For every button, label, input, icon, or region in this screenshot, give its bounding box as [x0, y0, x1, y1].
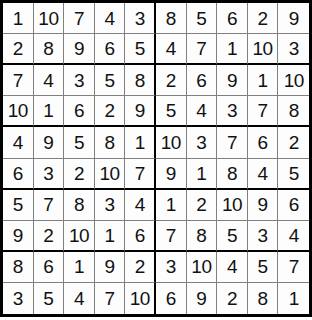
- cell-r10c6[interactable]: 6: [156, 283, 187, 314]
- cell-r8c8[interactable]: 5: [217, 221, 248, 252]
- cell-r5c1[interactable]: 4: [3, 127, 34, 158]
- cell-r10c8[interactable]: 2: [217, 283, 248, 314]
- cell-r7c10[interactable]: 6: [278, 190, 309, 221]
- cell-r5c5[interactable]: 1: [125, 127, 156, 158]
- cell-r6c1[interactable]: 6: [3, 159, 34, 190]
- cell-r10c5[interactable]: 10: [125, 283, 156, 314]
- cell-r6c7[interactable]: 1: [187, 159, 218, 190]
- cell-r6c6[interactable]: 9: [156, 159, 187, 190]
- cell-r3c9[interactable]: 1: [248, 65, 279, 96]
- cell-r1c4[interactable]: 4: [95, 3, 126, 34]
- cell-r5c8[interactable]: 7: [217, 127, 248, 158]
- cell-r7c1[interactable]: 5: [3, 190, 34, 221]
- cell-r5c6[interactable]: 10: [156, 127, 187, 158]
- cell-r2c4[interactable]: 6: [95, 34, 126, 65]
- cell-r8c10[interactable]: 4: [278, 221, 309, 252]
- cell-r5c3[interactable]: 5: [64, 127, 95, 158]
- cell-r8c9[interactable]: 3: [248, 221, 279, 252]
- cell-r3c7[interactable]: 6: [187, 65, 218, 96]
- cell-r2c9[interactable]: 10: [248, 34, 279, 65]
- cell-r4c4[interactable]: 2: [95, 96, 126, 127]
- cell-r1c8[interactable]: 6: [217, 3, 248, 34]
- cell-r4c2[interactable]: 1: [34, 96, 65, 127]
- cell-r6c8[interactable]: 8: [217, 159, 248, 190]
- cell-r4c7[interactable]: 4: [187, 96, 218, 127]
- cell-r2c7[interactable]: 7: [187, 34, 218, 65]
- cell-r2c6[interactable]: 4: [156, 34, 187, 65]
- cell-r5c4[interactable]: 8: [95, 127, 126, 158]
- cell-r6c4[interactable]: 10: [95, 159, 126, 190]
- cell-r3c5[interactable]: 8: [125, 65, 156, 96]
- cell-r4c8[interactable]: 3: [217, 96, 248, 127]
- cell-r1c10[interactable]: 9: [278, 3, 309, 34]
- cell-r8c2[interactable]: 2: [34, 221, 65, 252]
- cell-r8c7[interactable]: 8: [187, 221, 218, 252]
- page-background: 1107438562928965471103743582691101016295…: [0, 0, 312, 320]
- cell-r8c4[interactable]: 1: [95, 221, 126, 252]
- cell-r1c6[interactable]: 8: [156, 3, 187, 34]
- sudoku-board: 1107438562928965471103743582691101016295…: [0, 0, 312, 317]
- cell-r6c5[interactable]: 7: [125, 159, 156, 190]
- cell-r2c5[interactable]: 5: [125, 34, 156, 65]
- cell-r9c9[interactable]: 5: [248, 252, 279, 283]
- cell-r9c8[interactable]: 4: [217, 252, 248, 283]
- cell-r9c1[interactable]: 8: [3, 252, 34, 283]
- cell-r3c8[interactable]: 9: [217, 65, 248, 96]
- cell-r4c5[interactable]: 9: [125, 96, 156, 127]
- cell-r10c9[interactable]: 8: [248, 283, 279, 314]
- cell-r9c2[interactable]: 6: [34, 252, 65, 283]
- cell-r7c6[interactable]: 1: [156, 190, 187, 221]
- cell-r1c2[interactable]: 10: [34, 3, 65, 34]
- cell-r9c4[interactable]: 9: [95, 252, 126, 283]
- cell-r9c10[interactable]: 7: [278, 252, 309, 283]
- cell-r10c2[interactable]: 5: [34, 283, 65, 314]
- cell-r2c8[interactable]: 1: [217, 34, 248, 65]
- cell-r1c1[interactable]: 1: [3, 3, 34, 34]
- cell-r4c10[interactable]: 8: [278, 96, 309, 127]
- cell-r9c7[interactable]: 10: [187, 252, 218, 283]
- cell-r6c3[interactable]: 2: [64, 159, 95, 190]
- cell-r3c3[interactable]: 3: [64, 65, 95, 96]
- cell-r6c10[interactable]: 5: [278, 159, 309, 190]
- cell-r3c2[interactable]: 4: [34, 65, 65, 96]
- cell-r3c4[interactable]: 5: [95, 65, 126, 96]
- cell-r10c7[interactable]: 9: [187, 283, 218, 314]
- cell-r2c1[interactable]: 2: [3, 34, 34, 65]
- cell-r4c3[interactable]: 6: [64, 96, 95, 127]
- cell-r6c9[interactable]: 4: [248, 159, 279, 190]
- cell-r9c5[interactable]: 2: [125, 252, 156, 283]
- cell-r5c9[interactable]: 6: [248, 127, 279, 158]
- cell-r6c2[interactable]: 3: [34, 159, 65, 190]
- cell-r7c2[interactable]: 7: [34, 190, 65, 221]
- cell-r10c3[interactable]: 4: [64, 283, 95, 314]
- cell-r2c2[interactable]: 8: [34, 34, 65, 65]
- cell-r8c5[interactable]: 6: [125, 221, 156, 252]
- cell-r10c10[interactable]: 1: [278, 283, 309, 314]
- cell-r5c7[interactable]: 3: [187, 127, 218, 158]
- cell-r3c6[interactable]: 2: [156, 65, 187, 96]
- cell-r8c6[interactable]: 7: [156, 221, 187, 252]
- cell-r9c6[interactable]: 3: [156, 252, 187, 283]
- cell-r4c9[interactable]: 7: [248, 96, 279, 127]
- cell-r4c6[interactable]: 5: [156, 96, 187, 127]
- cell-r7c7[interactable]: 2: [187, 190, 218, 221]
- cell-r10c1[interactable]: 3: [3, 283, 34, 314]
- cell-r2c3[interactable]: 9: [64, 34, 95, 65]
- cell-r7c8[interactable]: 10: [217, 190, 248, 221]
- cell-r7c3[interactable]: 8: [64, 190, 95, 221]
- cell-r3c1[interactable]: 7: [3, 65, 34, 96]
- cell-r1c7[interactable]: 5: [187, 3, 218, 34]
- cell-r1c5[interactable]: 3: [125, 3, 156, 34]
- cell-r5c10[interactable]: 2: [278, 127, 309, 158]
- cell-r5c2[interactable]: 9: [34, 127, 65, 158]
- cell-r8c3[interactable]: 10: [64, 221, 95, 252]
- cell-r7c9[interactable]: 9: [248, 190, 279, 221]
- cell-r7c4[interactable]: 3: [95, 190, 126, 221]
- cell-r4c1[interactable]: 10: [3, 96, 34, 127]
- cell-r3c10[interactable]: 10: [278, 65, 309, 96]
- cell-r9c3[interactable]: 1: [64, 252, 95, 283]
- cell-r7c5[interactable]: 4: [125, 190, 156, 221]
- cell-r1c9[interactable]: 2: [248, 3, 279, 34]
- cell-r10c4[interactable]: 7: [95, 283, 126, 314]
- cell-r2c10[interactable]: 3: [278, 34, 309, 65]
- cell-r1c3[interactable]: 7: [64, 3, 95, 34]
- cell-r8c1[interactable]: 9: [3, 221, 34, 252]
